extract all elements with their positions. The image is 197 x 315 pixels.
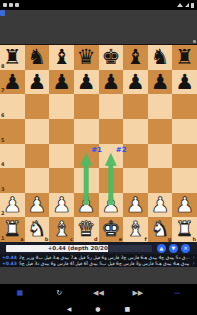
engine-lines: +0.44بيدق د4 بيدق د5 بيدق ج4 بيدق هـ6 فا… xyxy=(0,254,197,267)
rewind-button[interactable]: ◀◀ xyxy=(91,288,105,298)
square-e4[interactable] xyxy=(99,144,124,169)
square-h3[interactable] xyxy=(172,168,197,193)
square-d8[interactable]: ♛ xyxy=(74,45,99,70)
square-h7[interactable]: ♟ xyxy=(172,70,197,95)
bottom-panel xyxy=(0,267,197,284)
chess-board[interactable]: ♜8♞♝♛♚♝♞♜♟7♟♟♟♟♟♟♟6543♟2♟♟♟♟♟♟♟♜1a♞b♝c♛d… xyxy=(0,45,197,242)
move-list-panel xyxy=(0,10,197,44)
rank-label: 5 xyxy=(1,138,4,143)
white-piece: ♟ xyxy=(74,193,99,218)
square-c3[interactable] xyxy=(49,168,74,193)
square-g2[interactable]: ♟ xyxy=(148,193,173,218)
square-h5[interactable] xyxy=(172,119,197,144)
square-d7[interactable]: ♟ xyxy=(74,70,99,95)
black-piece: ♟ xyxy=(49,70,74,95)
square-g6[interactable] xyxy=(148,94,173,119)
black-piece: ♟ xyxy=(74,70,99,95)
square-e3[interactable] xyxy=(99,168,124,193)
evaluation-text: +0.44 (depth 20/20) xyxy=(6,245,152,252)
line-eval: +0.44 xyxy=(2,255,17,260)
white-piece: ♟ xyxy=(99,193,124,218)
forward-button[interactable]: ▶▶ xyxy=(131,288,145,298)
rank-label: 2 xyxy=(1,211,4,216)
square-g8[interactable]: ♞ xyxy=(148,45,173,70)
black-piece: ♟ xyxy=(148,70,173,95)
black-piece: ♚ xyxy=(99,45,124,70)
square-a7[interactable]: ♟7 xyxy=(0,70,25,95)
white-piece: ♟ xyxy=(172,193,197,218)
battery-icon xyxy=(191,3,194,8)
square-d3[interactable] xyxy=(74,168,99,193)
square-e6[interactable] xyxy=(99,94,124,119)
square-g5[interactable] xyxy=(148,119,173,144)
recents-button[interactable]: ■ xyxy=(125,302,131,315)
square-c6[interactable] xyxy=(49,94,74,119)
square-f8[interactable]: ♝ xyxy=(123,45,148,70)
white-piece: ♟ xyxy=(49,193,74,218)
square-c2[interactable]: ♟ xyxy=(49,193,74,218)
square-g7[interactable]: ♟ xyxy=(148,70,173,95)
eval-buttons: ▲▼✕ xyxy=(157,244,190,253)
hide-engine-button[interactable]: — xyxy=(170,288,184,298)
square-f6[interactable] xyxy=(123,94,148,119)
selection-chip[interactable] xyxy=(0,10,5,16)
square-g3[interactable] xyxy=(148,168,173,193)
app-screen: ♜8♞♝♛♚♝♞♜♟7♟♟♟♟♟♟♟6543♟2♟♟♟♟♟♟♟♜1a♞b♝c♛d… xyxy=(0,0,197,315)
black-piece: ♟ xyxy=(172,70,197,95)
notification-icon xyxy=(15,3,19,7)
status-notification-icons xyxy=(3,3,19,7)
black-piece: ♟ xyxy=(25,70,50,95)
board-container: ♜8♞♝♛♚♝♞♜♟7♟♟♟♟♟♟♟6543♟2♟♟♟♟♟♟♟♜1a♞b♝c♛d… xyxy=(0,44,197,242)
square-h6[interactable] xyxy=(172,94,197,119)
line-eval: +0.43 xyxy=(2,261,17,266)
wifi-icon xyxy=(177,3,183,7)
square-e1[interactable]: ♚e xyxy=(99,217,124,242)
rank-label: 4 xyxy=(1,162,4,167)
rank-label: 8 xyxy=(1,64,4,69)
square-h4[interactable] xyxy=(172,144,197,169)
black-piece: ♝ xyxy=(49,45,74,70)
engine-eval-row: +0.44 (depth 20/20) ▲▼✕ xyxy=(0,242,197,254)
engine-line[interactable]: +0.44بيدق د4 بيدق د5 بيدق ج4 بيدق هـ6 فا… xyxy=(0,254,197,260)
square-f1[interactable]: ♝f xyxy=(123,217,148,242)
square-c5[interactable] xyxy=(49,119,74,144)
status-bar xyxy=(0,0,197,10)
notification-icon xyxy=(3,3,7,7)
flip-board-button[interactable]: ↻ xyxy=(52,288,66,298)
square-b8[interactable]: ♞ xyxy=(25,45,50,70)
square-d1[interactable]: ♛d xyxy=(74,217,99,242)
square-e2[interactable]: ♟ xyxy=(99,193,124,218)
square-h2[interactable]: ♟ xyxy=(172,193,197,218)
square-e8[interactable]: ♚ xyxy=(99,45,124,70)
engine-line[interactable]: +0.43بيدق هـ4 بيدق هـ5 فارس و3 فارس ج6 ف… xyxy=(0,260,197,266)
black-piece: ♛ xyxy=(74,45,99,70)
square-c4[interactable] xyxy=(49,144,74,169)
square-d2[interactable]: ♟ xyxy=(74,193,99,218)
square-g4[interactable] xyxy=(148,144,173,169)
signal-icon xyxy=(185,3,189,7)
app-toolbar: ▦↻◀◀▶▶— xyxy=(0,284,197,302)
black-piece: ♟ xyxy=(99,70,124,95)
android-nav-bar: ◀ ● ■ xyxy=(0,302,197,315)
chevron-right-icon[interactable]: › xyxy=(193,260,195,266)
white-piece: ♟ xyxy=(148,193,173,218)
square-g1[interactable]: ♞g xyxy=(148,217,173,242)
white-piece: ♟ xyxy=(25,193,50,218)
rank-label: 7 xyxy=(1,88,4,93)
square-a5[interactable]: 5 xyxy=(0,119,25,144)
board-setup-button[interactable]: ▦ xyxy=(13,288,27,298)
square-f3[interactable] xyxy=(123,168,148,193)
analysis-up-button[interactable]: ▲ xyxy=(157,244,166,253)
white-piece: ♟ xyxy=(123,193,148,218)
evaluation-bar[interactable]: +0.44 (depth 20/20) xyxy=(6,245,152,252)
square-a2[interactable]: ♟2 xyxy=(0,193,25,218)
square-f2[interactable]: ♟ xyxy=(123,193,148,218)
square-b3[interactable] xyxy=(25,168,50,193)
square-b2[interactable]: ♟ xyxy=(25,193,50,218)
rank-label: 6 xyxy=(1,113,4,118)
square-b7[interactable]: ♟ xyxy=(25,70,50,95)
square-b4[interactable] xyxy=(25,144,50,169)
square-h8[interactable]: ♜ xyxy=(172,45,197,70)
square-e7[interactable]: ♟ xyxy=(99,70,124,95)
black-piece: ♟ xyxy=(123,70,148,95)
back-button[interactable]: ◀ xyxy=(67,302,72,315)
line-moves: بيدق د4 بيدق د5 بيدق ج4 بيدق هـ6 فارس ج3… xyxy=(19,255,191,260)
square-c7[interactable]: ♟ xyxy=(49,70,74,95)
square-f4[interactable] xyxy=(123,144,148,169)
black-piece: ♝ xyxy=(123,45,148,70)
square-d4[interactable] xyxy=(74,144,99,169)
square-f5[interactable] xyxy=(123,119,148,144)
square-b5[interactable] xyxy=(25,119,50,144)
square-c8[interactable]: ♝ xyxy=(49,45,74,70)
square-a1[interactable]: ♜1a xyxy=(0,217,25,242)
analysis-close-button[interactable]: ✕ xyxy=(181,244,190,253)
square-b6[interactable] xyxy=(25,94,50,119)
scrollbar-thumb[interactable] xyxy=(193,40,196,43)
square-a4[interactable]: 4 xyxy=(0,144,25,169)
square-d6[interactable] xyxy=(74,94,99,119)
square-d5[interactable] xyxy=(74,119,99,144)
square-a3[interactable]: 3 xyxy=(0,168,25,193)
black-piece: ♜ xyxy=(172,45,197,70)
square-a6[interactable]: 6 xyxy=(0,94,25,119)
square-c1[interactable]: ♝c xyxy=(49,217,74,242)
black-piece: ♞ xyxy=(148,45,173,70)
analysis-down-button[interactable]: ▼ xyxy=(169,244,178,253)
square-e5[interactable] xyxy=(99,119,124,144)
black-piece: ♞ xyxy=(25,45,50,70)
home-button[interactable]: ● xyxy=(95,302,100,315)
square-f7[interactable]: ♟ xyxy=(123,70,148,95)
rank-label: 3 xyxy=(1,187,4,192)
line-moves: بيدق هـ4 بيدق هـ5 فارس و3 فارس ج6 فيل ب5… xyxy=(19,261,191,266)
notification-icon xyxy=(9,3,13,7)
rank-label: 1 xyxy=(1,236,4,241)
status-system-icons xyxy=(177,3,194,8)
square-h1[interactable]: ♜h xyxy=(172,217,197,242)
square-b1[interactable]: ♞b xyxy=(25,217,50,242)
square-a8[interactable]: ♜8 xyxy=(0,45,25,70)
